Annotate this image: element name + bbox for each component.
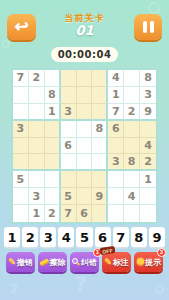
sudoku-cell-r1c2[interactable]: 2: [29, 70, 45, 87]
sudoku-app: ? 2 ↩ 当前关卡 01 00:00:04 72488131372938664…: [0, 0, 169, 300]
sudoku-cell-r6c1[interactable]: [13, 154, 29, 171]
check-errors-label: 纠错: [81, 257, 97, 268]
sudoku-cell-r8c8[interactable]: 4: [124, 188, 140, 205]
timer-pill: 00:00:04: [51, 47, 118, 62]
numpad-9[interactable]: 9: [149, 227, 165, 247]
numpad-3[interactable]: 3: [40, 227, 56, 247]
sudoku-cell-r5c8[interactable]: [124, 138, 140, 155]
sudoku-cell-r4c2[interactable]: [29, 121, 45, 138]
sudoku-cell-r3c3[interactable]: 1: [45, 104, 61, 121]
sudoku-cell-r8c5[interactable]: [77, 188, 93, 205]
sudoku-cell-r7c7[interactable]: [108, 171, 124, 188]
sudoku-cell-r2c4[interactable]: [61, 87, 77, 104]
sudoku-cell-r8c7[interactable]: [108, 188, 124, 205]
sudoku-cell-r1c8[interactable]: [124, 70, 140, 87]
notes-off-tag: OFF: [100, 246, 116, 255]
pause-icon: [143, 21, 154, 33]
sudoku-cell-r9c5[interactable]: 6: [77, 205, 93, 222]
sudoku-cell-r3c1[interactable]: [13, 104, 29, 121]
numpad-4[interactable]: 4: [58, 227, 74, 247]
hint-label: 提示: [145, 257, 161, 268]
erase-label: 擦除: [50, 257, 66, 268]
sudoku-cell-r7c2[interactable]: [29, 171, 45, 188]
sudoku-cell-r7c4[interactable]: [61, 171, 77, 188]
eraser-icon: [40, 260, 49, 265]
sudoku-cell-r1c1[interactable]: 7: [13, 70, 29, 87]
sudoku-cell-r9c1[interactable]: [13, 205, 29, 222]
sudoku-cell-r7c5[interactable]: [77, 171, 93, 188]
sudoku-cell-r8c1[interactable]: [13, 188, 29, 205]
sudoku-cell-r4c6[interactable]: 8: [92, 121, 108, 138]
magnifier-icon: [72, 258, 80, 266]
sudoku-cell-r6c4[interactable]: [61, 154, 77, 171]
notes-button[interactable]: ✎ 标注 OFF: [102, 252, 131, 272]
background-decoration: 2: [10, 282, 18, 296]
sudoku-cell-r2c2[interactable]: [29, 87, 45, 104]
sudoku-cell-r3c7[interactable]: 7: [108, 104, 124, 121]
notes-label: 标注: [113, 257, 129, 268]
sudoku-cell-r1c9[interactable]: 8: [140, 70, 156, 87]
background-decoration: [155, 285, 164, 294]
sudoku-cell-r7c8[interactable]: [124, 171, 140, 188]
action-bar: ✎ 撤销 擦除 纠错 1 ✎ 标注 OFF 提示 3: [6, 252, 163, 272]
sudoku-cell-r7c9[interactable]: 1: [140, 171, 156, 188]
sudoku-cell-r8c4[interactable]: 5: [61, 188, 77, 205]
sudoku-cell-r2c1[interactable]: [13, 87, 29, 104]
erase-button[interactable]: 擦除: [38, 252, 67, 272]
sudoku-cell-r8c2[interactable]: 3: [29, 188, 45, 205]
sudoku-cell-r9c7[interactable]: [108, 205, 124, 222]
number-pad: 1 2 3 4 5 6 7 8 9: [4, 227, 165, 247]
sudoku-cell-r3c6[interactable]: [92, 104, 108, 121]
sudoku-cell-r8c9[interactable]: [140, 188, 156, 205]
numpad-5[interactable]: 5: [76, 227, 92, 247]
sudoku-cell-r4c7[interactable]: 6: [108, 121, 124, 138]
sudoku-cell-r5c1[interactable]: [13, 138, 29, 155]
sudoku-cell-r1c3[interactable]: [45, 70, 61, 87]
sudoku-cell-r7c3[interactable]: [45, 171, 61, 188]
sudoku-cell-r6c3[interactable]: [45, 154, 61, 171]
sudoku-cell-r4c3[interactable]: [45, 121, 61, 138]
sudoku-cell-r3c8[interactable]: 2: [124, 104, 140, 121]
hint-button[interactable]: 提示 3: [134, 252, 163, 272]
numpad-1[interactable]: 1: [4, 227, 20, 247]
sudoku-cell-r6c6[interactable]: [92, 154, 108, 171]
sudoku-cell-r9c9[interactable]: [140, 205, 156, 222]
sudoku-cell-r1c6[interactable]: [92, 70, 108, 87]
sudoku-cell-r3c4[interactable]: 3: [61, 104, 77, 121]
sudoku-cell-r4c9[interactable]: [140, 121, 156, 138]
timer-value: 00:00:04: [58, 49, 112, 60]
sudoku-cell-r6c7[interactable]: 3: [108, 154, 124, 171]
sudoku-cell-r2c5[interactable]: [77, 87, 93, 104]
sudoku-board: 724881313729386643825135941276: [11, 68, 158, 224]
numpad-6[interactable]: 6: [95, 227, 111, 247]
sudoku-cell-r1c7[interactable]: 4: [108, 70, 124, 87]
sudoku-cell-r7c6[interactable]: [92, 171, 108, 188]
hint-badge: 3: [157, 248, 166, 257]
numpad-2[interactable]: 2: [22, 227, 38, 247]
sudoku-cell-r5c7[interactable]: [108, 138, 124, 155]
sudoku-cell-r4c4[interactable]: [61, 121, 77, 138]
sudoku-cell-r5c4[interactable]: 6: [61, 138, 77, 155]
sudoku-cell-r5c2[interactable]: [29, 138, 45, 155]
undo-button[interactable]: ✎ 撤销: [6, 252, 35, 272]
sudoku-cell-r9c2[interactable]: 1: [29, 205, 45, 222]
sudoku-cell-r9c3[interactable]: 2: [45, 205, 61, 222]
sudoku-cell-r4c1[interactable]: 3: [13, 121, 29, 138]
sudoku-cell-r2c6[interactable]: [92, 87, 108, 104]
numpad-7[interactable]: 7: [113, 227, 129, 247]
undo-label: 撤销: [17, 257, 33, 268]
sudoku-cell-r8c6[interactable]: 9: [92, 188, 108, 205]
background-decoration: [2, 40, 10, 48]
sudoku-cell-r9c4[interactable]: 7: [61, 205, 77, 222]
sudoku-cell-r5c5[interactable]: [77, 138, 93, 155]
sudoku-cell-r9c8[interactable]: [124, 205, 140, 222]
sudoku-cell-r4c8[interactable]: [124, 121, 140, 138]
numpad-8[interactable]: 8: [131, 227, 147, 247]
sudoku-cell-r3c5[interactable]: [77, 104, 93, 121]
sudoku-cell-r8c3[interactable]: [45, 188, 61, 205]
pencil-icon: ✎: [104, 258, 112, 267]
sudoku-cell-r5c6[interactable]: [92, 138, 108, 155]
sudoku-cell-r1c4[interactable]: [61, 70, 77, 87]
sudoku-cell-r1c5[interactable]: [77, 70, 93, 87]
background-decoration: ?: [74, 272, 87, 297]
sudoku-cell-r6c2[interactable]: [29, 154, 45, 171]
check-errors-button[interactable]: 纠错 1: [70, 252, 99, 272]
sudoku-cell-r4c5[interactable]: [77, 121, 93, 138]
sudoku-cell-r2c8[interactable]: [124, 87, 140, 104]
sudoku-cell-r6c9[interactable]: 2: [140, 154, 156, 171]
sudoku-cell-r2c9[interactable]: 3: [140, 87, 156, 104]
sudoku-cell-r6c5[interactable]: [77, 154, 93, 171]
pause-button[interactable]: [134, 14, 162, 40]
sudoku-cell-r7c1[interactable]: 5: [13, 171, 29, 188]
sudoku-cell-r5c3[interactable]: [45, 138, 61, 155]
pencil-icon: ✎: [8, 258, 16, 267]
bulb-icon: [136, 258, 144, 267]
sudoku-cell-r3c9[interactable]: 9: [140, 104, 156, 121]
sudoku-cell-r2c3[interactable]: 8: [45, 87, 61, 104]
sudoku-cell-r2c7[interactable]: 1: [108, 87, 124, 104]
sudoku-cell-r9c6[interactable]: [92, 205, 108, 222]
sudoku-cell-r6c8[interactable]: 8: [124, 154, 140, 171]
sudoku-cell-r3c2[interactable]: [29, 104, 45, 121]
sudoku-cell-r5c9[interactable]: 4: [140, 138, 156, 155]
